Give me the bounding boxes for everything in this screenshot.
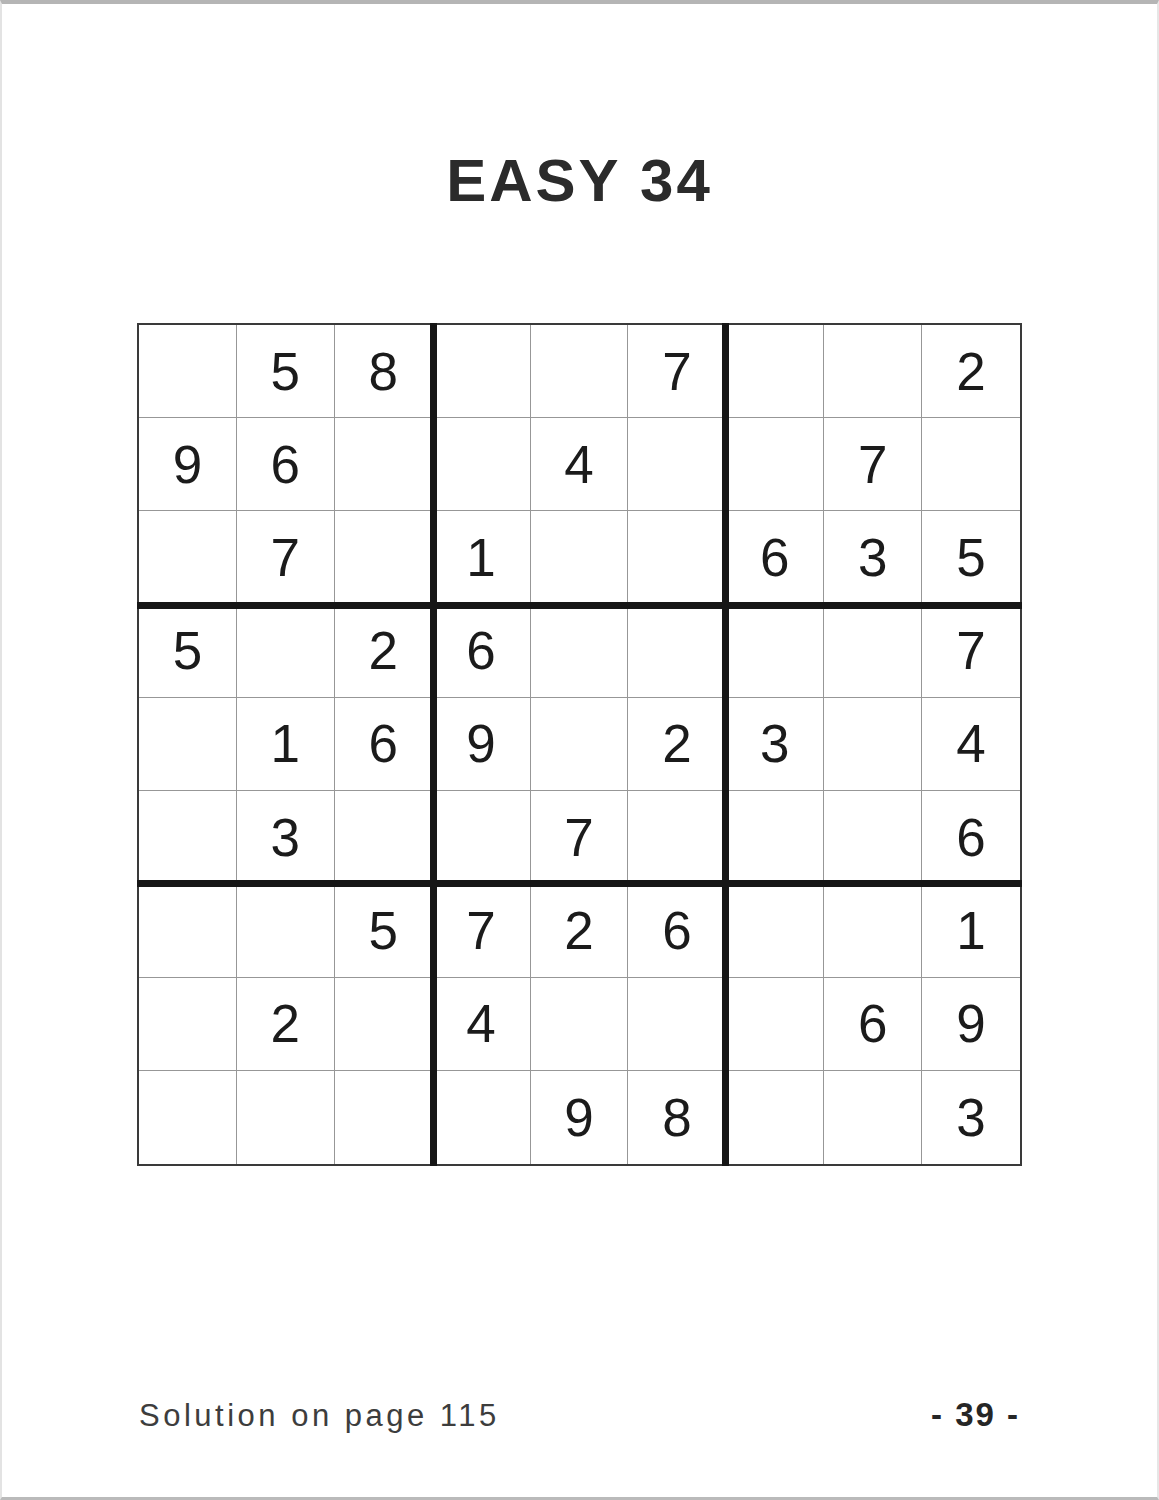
cell-r3c7: 6 xyxy=(726,511,824,604)
box-separator-horizontal-2 xyxy=(137,880,1022,887)
book-page: EASY 34 58729647716355267169234376572612… xyxy=(0,0,1159,1500)
cell-r8c9: 9 xyxy=(922,978,1020,1071)
cell-r7c8 xyxy=(824,884,922,977)
cell-r5c4: 9 xyxy=(433,698,531,791)
cell-r9c4 xyxy=(433,1071,531,1164)
cell-r1c7 xyxy=(726,325,824,418)
puzzle-title: EASY 34 xyxy=(2,146,1157,215)
cell-r6c1 xyxy=(139,791,237,884)
cell-r2c7 xyxy=(726,418,824,511)
cell-r5c3: 6 xyxy=(335,698,433,791)
cell-r2c6 xyxy=(628,418,726,511)
cell-r8c5 xyxy=(531,978,629,1071)
cell-r7c6: 6 xyxy=(628,884,726,977)
cell-r6c7 xyxy=(726,791,824,884)
sudoku-board: 58729647716355267169234376572612469983 xyxy=(137,323,1022,1166)
cell-r5c6: 2 xyxy=(628,698,726,791)
page-number: - 39 - xyxy=(931,1396,1020,1434)
cell-r8c3 xyxy=(335,978,433,1071)
cell-r7c4: 7 xyxy=(433,884,531,977)
cell-r2c3 xyxy=(335,418,433,511)
cell-r1c8 xyxy=(824,325,922,418)
cell-r3c9: 5 xyxy=(922,511,1020,604)
cell-r9c2 xyxy=(237,1071,335,1164)
cell-r4c1: 5 xyxy=(139,605,237,698)
cell-r7c2 xyxy=(237,884,335,977)
cell-r5c8 xyxy=(824,698,922,791)
cell-r7c9: 1 xyxy=(922,884,1020,977)
cell-r9c7 xyxy=(726,1071,824,1164)
cell-r4c7 xyxy=(726,605,824,698)
cell-r6c3 xyxy=(335,791,433,884)
cell-r4c9: 7 xyxy=(922,605,1020,698)
cell-r8c7 xyxy=(726,978,824,1071)
solution-reference: Solution on page 115 xyxy=(139,1398,500,1434)
cell-r5c2: 1 xyxy=(237,698,335,791)
cell-r4c4: 6 xyxy=(433,605,531,698)
cell-r9c3 xyxy=(335,1071,433,1164)
cell-r9c5: 9 xyxy=(531,1071,629,1164)
cell-r1c1 xyxy=(139,325,237,418)
cell-r7c3: 5 xyxy=(335,884,433,977)
box-separator-vertical-1 xyxy=(430,323,437,1166)
cell-r1c6: 7 xyxy=(628,325,726,418)
cell-r2c1: 9 xyxy=(139,418,237,511)
cell-r6c8 xyxy=(824,791,922,884)
cell-r8c4: 4 xyxy=(433,978,531,1071)
cell-r4c3: 2 xyxy=(335,605,433,698)
cell-r1c2: 5 xyxy=(237,325,335,418)
cell-r5c7: 3 xyxy=(726,698,824,791)
cell-r9c9: 3 xyxy=(922,1071,1020,1164)
cell-r9c6: 8 xyxy=(628,1071,726,1164)
box-separator-vertical-2 xyxy=(722,323,729,1166)
cell-r6c9: 6 xyxy=(922,791,1020,884)
cell-r3c2: 7 xyxy=(237,511,335,604)
cell-r7c7 xyxy=(726,884,824,977)
page-footer: Solution on page 115 - 39 - xyxy=(139,1396,1020,1434)
cell-r3c1 xyxy=(139,511,237,604)
cell-r6c2: 3 xyxy=(237,791,335,884)
cell-r8c2: 2 xyxy=(237,978,335,1071)
cell-r6c4 xyxy=(433,791,531,884)
cell-r2c2: 6 xyxy=(237,418,335,511)
cell-r2c8: 7 xyxy=(824,418,922,511)
cell-r1c5 xyxy=(531,325,629,418)
box-separator-horizontal-1 xyxy=(137,602,1022,609)
cell-r8c8: 6 xyxy=(824,978,922,1071)
cell-r3c3 xyxy=(335,511,433,604)
sudoku-grid: 58729647716355267169234376572612469983 xyxy=(139,325,1020,1164)
cell-r7c1 xyxy=(139,884,237,977)
cell-r8c6 xyxy=(628,978,726,1071)
cell-r6c6 xyxy=(628,791,726,884)
cell-r6c5: 7 xyxy=(531,791,629,884)
cell-r3c4: 1 xyxy=(433,511,531,604)
cell-r2c4 xyxy=(433,418,531,511)
cell-r3c6 xyxy=(628,511,726,604)
cell-r5c5 xyxy=(531,698,629,791)
cell-r4c2 xyxy=(237,605,335,698)
cell-r5c1 xyxy=(139,698,237,791)
cell-r1c3: 8 xyxy=(335,325,433,418)
cell-r9c1 xyxy=(139,1071,237,1164)
cell-r8c1 xyxy=(139,978,237,1071)
cell-r1c9: 2 xyxy=(922,325,1020,418)
cell-r3c5 xyxy=(531,511,629,604)
cell-r5c9: 4 xyxy=(922,698,1020,791)
cell-r4c6 xyxy=(628,605,726,698)
cell-r2c5: 4 xyxy=(531,418,629,511)
cell-r1c4 xyxy=(433,325,531,418)
cell-r2c9 xyxy=(922,418,1020,511)
cell-r3c8: 3 xyxy=(824,511,922,604)
cell-r7c5: 2 xyxy=(531,884,629,977)
cell-r9c8 xyxy=(824,1071,922,1164)
cell-r4c8 xyxy=(824,605,922,698)
cell-r4c5 xyxy=(531,605,629,698)
